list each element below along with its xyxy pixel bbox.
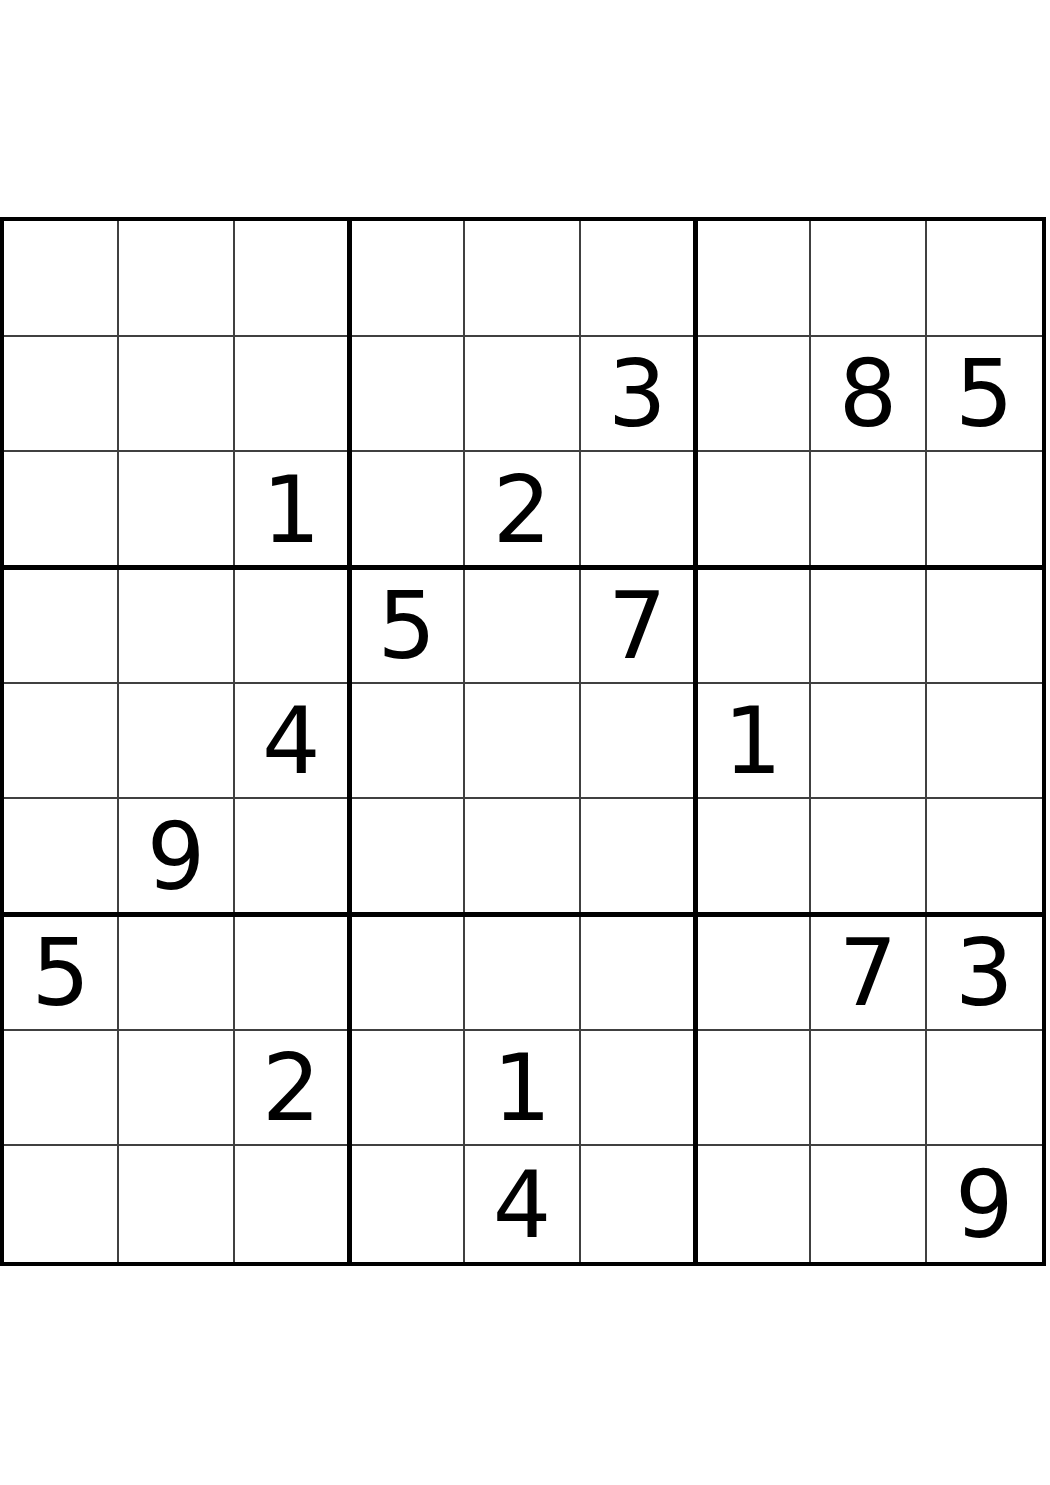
cell-r6c4[interactable] bbox=[350, 799, 465, 915]
cell-r2c1[interactable] bbox=[4, 337, 119, 453]
cell-r3c8[interactable] bbox=[811, 452, 926, 568]
cell-r7c7[interactable] bbox=[696, 915, 811, 1031]
cell-r3c3[interactable]: 1 bbox=[235, 452, 350, 568]
given-digit: 9 bbox=[955, 1160, 1014, 1252]
cell-r3c4[interactable] bbox=[350, 452, 465, 568]
cell-r6c7[interactable] bbox=[696, 799, 811, 915]
cell-r7c1[interactable]: 5 bbox=[4, 915, 119, 1031]
given-digit: 9 bbox=[147, 812, 206, 904]
cell-r4c6[interactable]: 7 bbox=[581, 568, 696, 684]
cell-r6c9[interactable] bbox=[927, 799, 1042, 915]
cell-r7c6[interactable] bbox=[581, 915, 696, 1031]
sudoku-board: 38512574195732149 bbox=[0, 217, 1046, 1266]
cell-r3c9[interactable] bbox=[927, 452, 1042, 568]
cell-r3c1[interactable] bbox=[4, 452, 119, 568]
cell-r4c8[interactable] bbox=[811, 568, 926, 684]
cell-r8c8[interactable] bbox=[811, 1031, 926, 1147]
cell-r9c7[interactable] bbox=[696, 1146, 811, 1262]
cell-r4c4[interactable]: 5 bbox=[350, 568, 465, 684]
cell-r9c9[interactable]: 9 bbox=[927, 1146, 1042, 1262]
cell-r4c3[interactable] bbox=[235, 568, 350, 684]
cell-r8c4[interactable] bbox=[350, 1031, 465, 1147]
sudoku-page: 38512574195732149 bbox=[0, 0, 1050, 1485]
cell-r6c8[interactable] bbox=[811, 799, 926, 915]
given-digit: 4 bbox=[262, 696, 321, 788]
given-digit: 7 bbox=[839, 928, 898, 1020]
cell-r4c2[interactable] bbox=[119, 568, 234, 684]
cell-r3c2[interactable] bbox=[119, 452, 234, 568]
cell-r8c6[interactable] bbox=[581, 1031, 696, 1147]
cell-r6c5[interactable] bbox=[465, 799, 580, 915]
cell-r9c4[interactable] bbox=[350, 1146, 465, 1262]
cell-r6c3[interactable] bbox=[235, 799, 350, 915]
cell-r9c3[interactable] bbox=[235, 1146, 350, 1262]
cell-r7c9[interactable]: 3 bbox=[927, 915, 1042, 1031]
cell-r7c2[interactable] bbox=[119, 915, 234, 1031]
cell-r9c8[interactable] bbox=[811, 1146, 926, 1262]
cell-r5c3[interactable]: 4 bbox=[235, 684, 350, 800]
sudoku-grid-wrap: 38512574195732149 bbox=[4, 221, 1042, 1262]
given-digit: 1 bbox=[493, 1043, 552, 1135]
cell-r3c6[interactable] bbox=[581, 452, 696, 568]
cell-r6c1[interactable] bbox=[4, 799, 119, 915]
cell-r4c1[interactable] bbox=[4, 568, 119, 684]
cell-r9c1[interactable] bbox=[4, 1146, 119, 1262]
cell-r2c9[interactable]: 5 bbox=[927, 337, 1042, 453]
cell-r5c1[interactable] bbox=[4, 684, 119, 800]
given-digit: 2 bbox=[493, 465, 552, 557]
cell-r6c2[interactable]: 9 bbox=[119, 799, 234, 915]
cell-r1c3[interactable] bbox=[235, 221, 350, 337]
cell-r7c5[interactable] bbox=[465, 915, 580, 1031]
cell-r7c8[interactable]: 7 bbox=[811, 915, 926, 1031]
cell-r8c3[interactable]: 2 bbox=[235, 1031, 350, 1147]
cell-r5c4[interactable] bbox=[350, 684, 465, 800]
cell-r2c7[interactable] bbox=[696, 337, 811, 453]
cell-r8c2[interactable] bbox=[119, 1031, 234, 1147]
cell-r1c1[interactable] bbox=[4, 221, 119, 337]
cell-r5c5[interactable] bbox=[465, 684, 580, 800]
given-digit: 2 bbox=[262, 1043, 321, 1135]
sudoku-grid: 38512574195732149 bbox=[4, 221, 1042, 1262]
cell-r5c9[interactable] bbox=[927, 684, 1042, 800]
cell-r1c9[interactable] bbox=[927, 221, 1042, 337]
cell-r8c7[interactable] bbox=[696, 1031, 811, 1147]
cell-r5c2[interactable] bbox=[119, 684, 234, 800]
given-digit: 5 bbox=[31, 928, 90, 1020]
given-digit: 5 bbox=[377, 581, 436, 673]
cell-r9c6[interactable] bbox=[581, 1146, 696, 1262]
cell-r1c4[interactable] bbox=[350, 221, 465, 337]
cell-r5c8[interactable] bbox=[811, 684, 926, 800]
cell-r1c7[interactable] bbox=[696, 221, 811, 337]
cell-r2c8[interactable]: 8 bbox=[811, 337, 926, 453]
given-digit: 1 bbox=[723, 696, 782, 788]
cell-r7c3[interactable] bbox=[235, 915, 350, 1031]
cell-r5c7[interactable]: 1 bbox=[696, 684, 811, 800]
cell-r1c2[interactable] bbox=[119, 221, 234, 337]
cell-r3c5[interactable]: 2 bbox=[465, 452, 580, 568]
cell-r1c5[interactable] bbox=[465, 221, 580, 337]
cell-r2c6[interactable]: 3 bbox=[581, 337, 696, 453]
cell-r7c4[interactable] bbox=[350, 915, 465, 1031]
cell-r4c9[interactable] bbox=[927, 568, 1042, 684]
cell-r4c5[interactable] bbox=[465, 568, 580, 684]
cell-r2c3[interactable] bbox=[235, 337, 350, 453]
cell-r3c7[interactable] bbox=[696, 452, 811, 568]
given-digit: 4 bbox=[493, 1160, 552, 1252]
cell-r1c6[interactable] bbox=[581, 221, 696, 337]
cell-r8c1[interactable] bbox=[4, 1031, 119, 1147]
cell-r4c7[interactable] bbox=[696, 568, 811, 684]
cell-r8c9[interactable] bbox=[927, 1031, 1042, 1147]
given-digit: 8 bbox=[839, 349, 898, 441]
cell-r2c2[interactable] bbox=[119, 337, 234, 453]
cell-r9c2[interactable] bbox=[119, 1146, 234, 1262]
given-digit: 5 bbox=[955, 349, 1014, 441]
cell-r5c6[interactable] bbox=[581, 684, 696, 800]
given-digit: 1 bbox=[262, 465, 321, 557]
cell-r2c4[interactable] bbox=[350, 337, 465, 453]
given-digit: 7 bbox=[608, 581, 667, 673]
given-digit: 3 bbox=[608, 349, 667, 441]
cell-r2c5[interactable] bbox=[465, 337, 580, 453]
given-digit: 3 bbox=[955, 928, 1014, 1020]
cell-r6c6[interactable] bbox=[581, 799, 696, 915]
cell-r8c5[interactable]: 1 bbox=[465, 1031, 580, 1147]
cell-r9c5[interactable]: 4 bbox=[465, 1146, 580, 1262]
cell-r1c8[interactable] bbox=[811, 221, 926, 337]
